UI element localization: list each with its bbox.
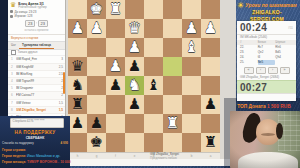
standings-row[interactable]: 3IM BlitzKing2,5 xyxy=(8,71,65,78)
square-f2[interactable] xyxy=(106,19,125,38)
offer-draw-button[interactable]: Предложить ничью xyxy=(150,156,234,160)
square-b4[interactable] xyxy=(182,57,201,76)
top-donation-label: ТОП Доната xyxy=(237,104,265,109)
piece-black-pawn: ♟ xyxy=(128,95,141,114)
tab-standings[interactable]: Турнирная таблица xyxy=(19,42,54,49)
piece-black-pawn: ♟ xyxy=(71,114,84,133)
square-c4[interactable] xyxy=(163,57,182,76)
square-f3[interactable] xyxy=(106,38,125,57)
tab-chat[interactable]: Чат xyxy=(8,42,19,49)
square-f7[interactable] xyxy=(106,114,125,133)
piece-black-pawn: ♟ xyxy=(204,95,217,114)
piece-black-pawn: ♟ xyxy=(90,114,103,133)
donation-subheading: СБЕРБАНК xyxy=(0,136,70,140)
first-move-button[interactable]: « xyxy=(244,67,254,74)
sidebar-scrollbar[interactable] xyxy=(63,72,65,94)
square-c2[interactable] xyxy=(163,19,182,38)
standings-score: 1,5 xyxy=(55,100,63,106)
standings-player: GM KnightW xyxy=(16,64,55,70)
chess-board: ♚♜♟♟♛♟♟♟♝♛♟♟♞♟♞♝♜♟♟♟♟♜♚♜ xyxy=(68,0,220,152)
players-icon xyxy=(10,15,13,18)
square-e6[interactable]: ♟ xyxy=(125,95,144,114)
donation-card-text: Сбербанк 4276 **** **** xyxy=(11,119,63,123)
square-d6[interactable] xyxy=(144,95,163,114)
prev-move-button[interactable]: ‹ xyxy=(256,67,266,74)
square-c5[interactable] xyxy=(163,76,182,95)
square-h5[interactable]: ♞ xyxy=(68,76,87,95)
standings-player: GM Zhigalko_Sergei xyxy=(16,107,55,113)
game-side-panel: 00:24 #51 IM MKolbab (2546) #БелыеЧёрные… xyxy=(237,21,296,101)
square-d2[interactable] xyxy=(144,19,163,38)
piece-white-bishop: ♝ xyxy=(185,38,198,57)
standings-score: 2,5 xyxy=(55,64,63,70)
square-d3[interactable] xyxy=(144,38,163,57)
square-g4[interactable] xyxy=(87,57,106,76)
hero-line-2: Герои месяца: ТИМУР ВОРОНОВ - 10 000 xyxy=(2,159,74,165)
square-e7[interactable] xyxy=(125,114,144,133)
square-e5[interactable]: ♞ xyxy=(125,76,144,95)
filter-label: Только друзья xyxy=(18,50,38,56)
board-footer-text: GM Zhigalko_Sergei Предложить ничью xyxy=(150,152,234,160)
hero-label: Герои стрима: xyxy=(2,148,26,152)
square-c1[interactable] xyxy=(163,0,182,19)
square-g3[interactable] xyxy=(87,38,106,57)
piece-black-bishop: ♝ xyxy=(147,76,160,95)
next-move-button[interactable]: › xyxy=(268,67,278,74)
donation-heroes: Герои стрима: Герои недели: Иван Михайло… xyxy=(2,147,74,165)
standings-score: 2 xyxy=(55,92,63,98)
square-f5[interactable]: ♟ xyxy=(106,76,125,95)
square-b3[interactable]: ♝ xyxy=(182,38,201,57)
square-f4[interactable]: ♟ xyxy=(106,57,125,76)
square-a2[interactable]: ♟ xyxy=(201,19,220,38)
last-move-button[interactable]: » xyxy=(280,67,290,74)
piece-white-king: ♚ xyxy=(90,0,103,19)
square-b2[interactable]: ♟ xyxy=(182,19,201,38)
square-c7[interactable]: ♜ xyxy=(163,114,182,133)
square-a3[interactable] xyxy=(201,38,220,57)
square-f1[interactable]: ♜ xyxy=(106,0,125,19)
stream-screen: ♛ Блиц Арена 3|1 Рейтинговый турнир До к… xyxy=(0,0,300,168)
move-navigation: «‹›» xyxy=(237,65,296,75)
standings-score: 2 xyxy=(55,78,63,84)
standings-score: 2 xyxy=(55,85,63,91)
donation-heading: НА ПОДДЕРЖКУ xyxy=(0,130,70,135)
square-g5[interactable] xyxy=(87,76,106,95)
standings-score: 1,5 xyxy=(55,107,63,113)
move-white[interactable]: Ne5 xyxy=(258,60,276,65)
square-b1[interactable] xyxy=(182,0,201,19)
standings-player: IM Dragomir xyxy=(16,85,55,91)
donation-thanks-label: Спасибо за поддержку xyxy=(2,141,34,145)
square-g7[interactable]: ♟ xyxy=(87,114,106,133)
standings-row[interactable]: 4GM Tigran992 xyxy=(8,78,65,85)
piece-black-rook: ♜ xyxy=(204,133,217,152)
tournament-sidebar: ♛ Блиц Арена 3|1 Рейтинговый турнир До к… xyxy=(8,0,66,118)
square-a5[interactable] xyxy=(201,76,220,95)
checkbox-icon[interactable] xyxy=(11,50,16,55)
player-clock: 00:27 xyxy=(237,80,296,94)
standings-player: GM Vetrov xyxy=(16,100,55,106)
square-g6[interactable] xyxy=(87,95,106,114)
countdown-minutes: 23 xyxy=(25,20,34,27)
webcam-vignette xyxy=(230,111,300,168)
piece-white-rook: ♜ xyxy=(166,114,179,133)
square-g2[interactable]: ♟ xyxy=(87,19,106,38)
square-h3[interactable] xyxy=(68,38,87,57)
tournament-info: До конца: 23:23Игроков: 128 xyxy=(8,10,65,19)
square-b7[interactable] xyxy=(182,114,201,133)
piece-white-pawn: ♟ xyxy=(204,19,217,38)
player-clock-time: 00:27 xyxy=(240,82,267,93)
square-c6[interactable] xyxy=(163,95,182,114)
piece-black-pawn: ♟ xyxy=(109,76,122,95)
piece-black-rook: ♜ xyxy=(71,95,84,114)
standings-player: GM Tigran99 xyxy=(16,78,55,84)
piece-white-pawn: ♟ xyxy=(128,38,141,57)
standings-row[interactable]: 1GM Rapid_Fire3 xyxy=(8,56,65,63)
standings-player: GM Rapid_Fire xyxy=(16,56,55,62)
webcam-view xyxy=(230,111,300,168)
donation-card-box[interactable]: Сбербанк 4276 **** **** xyxy=(10,118,64,128)
board-footer-bar xyxy=(68,159,234,166)
square-e2[interactable]: ♛ xyxy=(125,19,144,38)
standings-row[interactable]: 7GM Vetrov1,5 xyxy=(8,100,65,107)
square-d7[interactable] xyxy=(144,114,163,133)
moves-list: 22.Rc7Rh623.Qe2Bd524.f4Qh425.Ne5 xyxy=(237,45,296,66)
square-f8[interactable] xyxy=(106,133,125,152)
square-g1[interactable]: ♚ xyxy=(87,0,106,19)
countdown-seconds: 23 xyxy=(38,20,47,27)
piece-black-queen: ♛ xyxy=(71,57,84,76)
standings-player: FM Caissa77 xyxy=(16,92,55,98)
square-d8[interactable] xyxy=(144,133,163,152)
square-b8[interactable] xyxy=(182,133,201,152)
opponent-clock-meta: #51 xyxy=(288,26,293,30)
hero-value: ТИМУР ВОРОНОВ - 10 000 xyxy=(27,160,70,164)
info-text: Игроков: 128 xyxy=(15,14,33,18)
square-d5[interactable]: ♝ xyxy=(144,76,163,95)
standings-row[interactable]: 8GM Zhigalko_Sergei1,5 xyxy=(8,107,65,114)
piece-white-rook: ♜ xyxy=(109,0,122,19)
clock-icon xyxy=(10,10,13,13)
square-a7[interactable] xyxy=(201,114,220,133)
trophy-icon: ♛ xyxy=(10,2,16,9)
square-a6[interactable]: ♟ xyxy=(201,95,220,114)
square-g8[interactable]: ♚ xyxy=(87,133,106,152)
opponent-clock-time: 00:24 xyxy=(240,22,267,33)
donation-thanks-row: Спасибо за поддержку 4 000 xyxy=(2,141,68,145)
square-d4[interactable] xyxy=(144,57,163,76)
square-h1[interactable] xyxy=(68,0,87,19)
piece-white-pawn: ♟ xyxy=(185,19,198,38)
opponent-clock: 00:24 #51 xyxy=(237,21,296,35)
standings-score: 2,5 xyxy=(55,71,63,77)
standings-score: 3 xyxy=(55,56,63,62)
standings-player: IM BlitzKing xyxy=(16,71,55,77)
standings-row[interactable]: 5IM Dragomir2 xyxy=(8,85,65,92)
piece-white-pawn: ♟ xyxy=(109,57,122,76)
donation-thanks-value: 4 000 xyxy=(60,141,68,145)
square-h6[interactable]: ♜ xyxy=(68,95,87,114)
tournament-countdown: 23:23 xyxy=(8,20,65,27)
square-e3[interactable]: ♟ xyxy=(125,38,144,57)
top-donation-line: ТОП Доната 1 500 RUB xyxy=(228,104,300,109)
square-a8[interactable]: ♜ xyxy=(201,133,220,152)
standings-row[interactable]: 2GM KnightW2,5 xyxy=(8,64,65,71)
countdown-separator: : xyxy=(36,20,37,27)
tournament-header: ♛ Блиц Арена 3|1 Рейтинговый турнир xyxy=(8,0,65,10)
hero-label: Герои недели: xyxy=(2,154,27,158)
square-d1[interactable] xyxy=(144,0,163,19)
piece-white-queen: ♛ xyxy=(128,19,141,38)
square-c8[interactable] xyxy=(163,133,182,152)
piece-white-pawn: ♟ xyxy=(71,19,84,38)
square-b5[interactable] xyxy=(182,76,201,95)
piece-black-pawn: ♟ xyxy=(128,57,141,76)
square-a4[interactable] xyxy=(201,57,220,76)
square-c3[interactable] xyxy=(163,38,182,57)
info-row-1: Игроков: 128 xyxy=(8,14,65,18)
standings-row[interactable]: 6FM Caissa772 xyxy=(8,92,65,99)
stream-banner: Уроки по шахматам ZHIGALKO-SERGEI.COM xyxy=(236,1,298,23)
square-b6[interactable] xyxy=(182,95,201,114)
move-black[interactable] xyxy=(275,60,293,65)
square-e1[interactable] xyxy=(125,0,144,19)
piece-white-knight: ♞ xyxy=(128,76,141,95)
square-h2[interactable]: ♟ xyxy=(68,19,87,38)
move-number: 25. xyxy=(240,60,258,65)
square-e4[interactable]: ♟ xyxy=(125,57,144,76)
hero-value: Иван Михайлов и др. xyxy=(27,154,60,158)
square-a1[interactable] xyxy=(201,0,220,19)
hero-label: Герои месяца: xyxy=(2,160,27,164)
piece-black-knight: ♞ xyxy=(71,76,84,95)
square-h7[interactable]: ♟ xyxy=(68,114,87,133)
sidebar-tabs: Чат Турнирная таблица xyxy=(8,41,65,50)
banner-lessons-text: Уроки по шахматам xyxy=(236,1,298,9)
square-f6[interactable] xyxy=(106,95,125,114)
piece-white-pawn: ♟ xyxy=(90,19,103,38)
board-panel: ♚♜♟♟♛♟♟♟♝♛♟♟♞♟♞♝♜♟♟♟♟♜♚♜ xyxy=(66,0,236,166)
move-row[interactable]: 25.Ne5 xyxy=(237,60,296,65)
square-e8[interactable] xyxy=(125,133,144,152)
top-donation-value: 1 500 RUB xyxy=(267,104,291,109)
piece-black-king: ♚ xyxy=(90,133,103,152)
square-h4[interactable]: ♛ xyxy=(68,57,87,76)
